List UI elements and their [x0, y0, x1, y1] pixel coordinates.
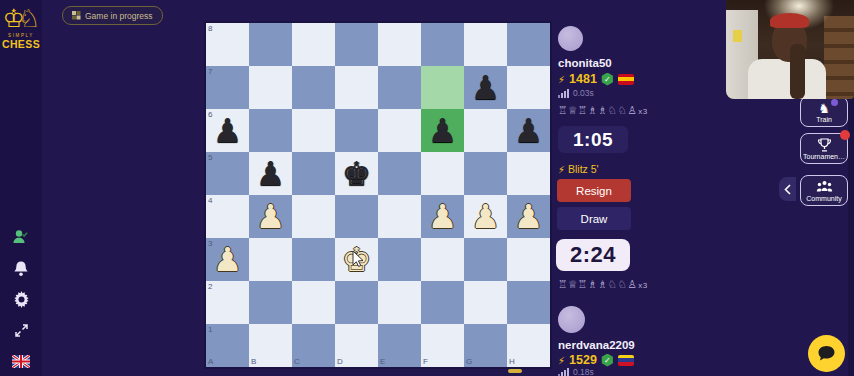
square-g2[interactable]	[464, 281, 507, 324]
people-icon	[801, 180, 847, 195]
piece-black-king[interactable]: ♚	[335, 152, 378, 195]
square-c5[interactable]	[292, 152, 335, 195]
file-label: G	[466, 357, 472, 366]
verified-badge-icon: ✓	[601, 73, 614, 86]
square-c7[interactable]	[292, 66, 335, 109]
knight-icon: ♞	[801, 101, 847, 116]
square-d6[interactable]	[335, 109, 378, 152]
square-a3[interactable]: ♟3	[206, 238, 249, 281]
square-h2[interactable]	[507, 281, 550, 324]
bottom-captured-glyphs: ♖♕♖♗♗♘♘♙	[558, 278, 637, 290]
scrollbar-track[interactable]	[848, 98, 854, 376]
bottom-player-latency: 0.18s	[558, 367, 594, 376]
bottom-player-avatar	[558, 306, 585, 333]
square-e8[interactable]	[378, 23, 421, 66]
square-f6[interactable]: ♟	[421, 109, 464, 152]
square-f1[interactable]: F	[421, 324, 464, 367]
square-g7[interactable]: ♟	[464, 66, 507, 109]
bottom-player-clock: 2:24	[556, 239, 630, 271]
rank-label: 2	[208, 282, 212, 291]
piece-white-pawn[interactable]: ♟	[249, 195, 292, 238]
square-a2[interactable]: 2	[206, 281, 249, 324]
square-a1[interactable]: 1A	[206, 324, 249, 367]
logo-text-chess: CHESS	[0, 38, 42, 50]
square-f4[interactable]: ♟	[421, 195, 464, 238]
file-label: E	[380, 357, 385, 366]
webcam-person-cap	[770, 13, 809, 28]
fullscreen-expand-icon[interactable]	[12, 321, 30, 339]
trophy-icon	[801, 138, 847, 153]
bolt-icon: ⚡	[558, 74, 565, 85]
game-info-panel: chonita50 ⚡ 1481 ✓ 0.03s ♖♕♖♗♗♘♘♙x3 1:05…	[556, 0, 646, 376]
rank-label: 4	[208, 196, 212, 205]
community-button[interactable]: Community	[800, 175, 848, 206]
square-g8[interactable]	[464, 23, 507, 66]
square-b8[interactable]	[249, 23, 292, 66]
signal-bars-icon	[558, 368, 569, 376]
square-c6[interactable]	[292, 109, 335, 152]
square-h4[interactable]: ♟	[507, 195, 550, 238]
square-b3[interactable]	[249, 238, 292, 281]
piece-black-pawn[interactable]: ♟	[249, 152, 292, 195]
square-b7[interactable]	[249, 66, 292, 109]
square-h1[interactable]: H	[507, 324, 550, 367]
square-e3[interactable]	[378, 238, 421, 281]
square-c1[interactable]: C	[292, 324, 335, 367]
square-d4[interactable]	[335, 195, 378, 238]
chess-board: 87♟♟6♟♟5♟♚4♟♟♟♟♟3♚21ABCDEFGH	[204, 21, 552, 369]
resize-handle[interactable]	[508, 369, 522, 373]
piece-white-pawn[interactable]: ♟	[421, 195, 464, 238]
piece-black-pawn[interactable]: ♟	[507, 109, 550, 152]
file-label: B	[251, 357, 256, 366]
square-a8[interactable]: 8	[206, 23, 249, 66]
top-captured-pieces: ♖♕♖♗♗♘♘♙x3	[558, 104, 648, 116]
square-h7[interactable]	[507, 66, 550, 109]
square-c4[interactable]	[292, 195, 335, 238]
square-e6[interactable]	[378, 109, 421, 152]
square-d5[interactable]: ♚	[335, 152, 378, 195]
signal-bars-icon	[558, 89, 569, 98]
app-root: ♔♘ SIMPLY CHESS Game in progress	[0, 0, 854, 376]
square-f5[interactable]	[421, 152, 464, 195]
square-a4[interactable]: 4	[206, 195, 249, 238]
rank-label: 7	[208, 67, 212, 76]
square-d1[interactable]: D	[335, 324, 378, 367]
top-captured-mult: x3	[638, 107, 647, 116]
square-a7[interactable]: 7	[206, 66, 249, 109]
file-label: A	[208, 357, 213, 366]
top-player-rating: 1481	[569, 72, 597, 86]
bottom-captured-mult: x3	[638, 281, 647, 290]
language-uk-flag-icon[interactable]	[12, 352, 30, 370]
square-g1[interactable]: G	[464, 324, 507, 367]
square-g6[interactable]	[464, 109, 507, 152]
top-captured-glyphs: ♖♕♖♗♗♘♘♙	[558, 104, 637, 116]
bolt-icon: ⚡	[558, 164, 565, 175]
game-status-badge: Game in progress	[62, 6, 163, 25]
square-a6[interactable]: ♟6	[206, 109, 249, 152]
rank-label: 8	[208, 24, 212, 33]
square-b5[interactable]: ♟	[249, 152, 292, 195]
webcam-person-shirt	[748, 59, 826, 99]
square-e5[interactable]	[378, 152, 421, 195]
online-status-icon[interactable]	[12, 228, 30, 246]
top-player-latency: 0.03s	[558, 88, 594, 98]
bottom-captured-pieces: ♖♕♖♗♗♘♘♙x3	[558, 278, 648, 290]
square-g3[interactable]	[464, 238, 507, 281]
bottom-player-latency-value: 0.18s	[573, 367, 594, 376]
square-b1[interactable]: B	[249, 324, 292, 367]
file-label: H	[509, 357, 515, 366]
piece-white-pawn[interactable]: ♟	[507, 195, 550, 238]
top-player-avatar	[558, 26, 583, 51]
webcam-person-arm	[790, 44, 805, 99]
piece-black-pawn[interactable]: ♟	[464, 66, 507, 109]
settings-gear-icon[interactable]	[12, 290, 30, 308]
train-label: Train	[816, 116, 832, 123]
site-logo: ♔♘ SIMPLY CHESS	[0, 6, 42, 50]
square-h8[interactable]	[507, 23, 550, 66]
train-button[interactable]: ♞ Train	[800, 96, 848, 127]
mouse-cursor	[352, 250, 365, 267]
square-f7[interactable]	[421, 66, 464, 109]
community-label: Community	[806, 195, 841, 202]
square-b6[interactable]	[249, 109, 292, 152]
top-player-rating-row: ⚡ 1481 ✓	[558, 72, 634, 86]
verified-badge-icon: ✓	[601, 354, 614, 367]
game-type-label: ⚡ Blitz 5'	[558, 163, 599, 175]
chat-button[interactable]	[808, 335, 845, 372]
board-icon	[72, 11, 81, 20]
bolt-icon: ⚡	[558, 355, 565, 366]
webcam-sticker	[733, 30, 742, 42]
rank-label: 5	[208, 153, 212, 162]
square-g5[interactable]	[464, 152, 507, 195]
square-c2[interactable]	[292, 281, 335, 324]
rank-label: 1	[208, 325, 212, 334]
file-label: C	[294, 357, 300, 366]
piece-white-pawn[interactable]: ♟	[464, 195, 507, 238]
square-b2[interactable]	[249, 281, 292, 324]
square-e2[interactable]	[378, 281, 421, 324]
game-status-text: Game in progress	[85, 11, 153, 21]
square-d8[interactable]	[335, 23, 378, 66]
square-e4[interactable]	[378, 195, 421, 238]
file-label: F	[423, 357, 428, 366]
square-c8[interactable]	[292, 23, 335, 66]
webcam-video	[726, 0, 854, 99]
top-player-latency-value: 0.03s	[573, 88, 594, 98]
venezuela-flag-icon	[618, 355, 634, 366]
tournaments-label: Tournamen…	[803, 153, 845, 160]
bottom-player-rating: 1529	[569, 353, 597, 367]
square-d2[interactable]	[335, 281, 378, 324]
notifications-bell-icon[interactable]	[12, 259, 30, 277]
bottom-player-rating-row: ⚡ 1529 ✓	[558, 353, 634, 367]
square-e7[interactable]	[378, 66, 421, 109]
sidebar-icon-column	[0, 228, 42, 370]
spain-flag-icon	[618, 74, 634, 85]
game-type-text: Blitz 5'	[568, 163, 599, 175]
square-d7[interactable]	[335, 66, 378, 109]
speech-bubble-icon	[817, 345, 836, 362]
piece-black-pawn[interactable]: ♟	[421, 109, 464, 152]
square-b4[interactable]: ♟	[249, 195, 292, 238]
tournaments-notification-dot	[840, 130, 850, 140]
top-player-name[interactable]: chonita50	[558, 57, 612, 69]
square-f8[interactable]	[421, 23, 464, 66]
left-sidebar: ♔♘ SIMPLY CHESS	[0, 0, 42, 376]
square-h5[interactable]	[507, 152, 550, 195]
tournaments-button[interactable]: Tournamen…	[800, 133, 848, 164]
square-a5[interactable]: 5	[206, 152, 249, 195]
draw-button[interactable]: Draw	[557, 207, 631, 230]
webcam-shelf	[824, 16, 854, 99]
square-c3[interactable]	[292, 238, 335, 281]
collapse-drawer-chevron[interactable]	[779, 177, 796, 201]
square-h3[interactable]	[507, 238, 550, 281]
rank-label: 3	[208, 239, 212, 248]
resign-button[interactable]: Resign	[557, 179, 631, 202]
square-f3[interactable]	[421, 238, 464, 281]
chevron-left-icon	[784, 184, 791, 195]
square-h6[interactable]: ♟	[507, 109, 550, 152]
logo-chess-pieces-icon: ♔♘	[0, 6, 42, 32]
file-label: D	[337, 357, 343, 366]
square-g4[interactable]: ♟	[464, 195, 507, 238]
train-badge-dot	[831, 99, 838, 106]
rank-label: 6	[208, 110, 212, 119]
square-e1[interactable]: E	[378, 324, 421, 367]
square-f2[interactable]	[421, 281, 464, 324]
bottom-player-name[interactable]: nerdvana2209	[558, 339, 635, 351]
top-player-clock: 1:05	[558, 126, 628, 153]
